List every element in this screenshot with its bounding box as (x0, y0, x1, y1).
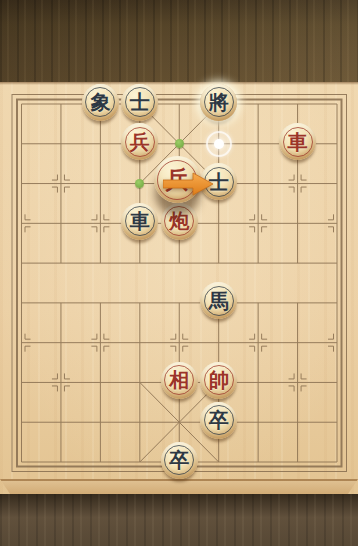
piece-black-general[interactable]: 將 (200, 84, 237, 121)
piece-red-elephant[interactable]: 相 (161, 362, 198, 399)
piece-character: 帥 (209, 370, 229, 390)
piece-character: 將 (209, 92, 229, 112)
piece-black-elephant[interactable]: 象 (82, 84, 119, 121)
piece-character: 車 (288, 132, 308, 152)
piece-character: 卒 (209, 410, 229, 430)
piece-black-chariot[interactable]: 車 (121, 203, 158, 240)
piece-character: 兵 (130, 132, 150, 152)
piece-black-advisor[interactable]: 士 (121, 84, 158, 121)
move-hint-dot[interactable] (175, 139, 184, 148)
move-arrow (163, 171, 215, 197)
game-stage: 象士將兵車兵士車炮馬相帥卒卒 (0, 0, 358, 546)
piece-red-general[interactable]: 帥 (200, 362, 237, 399)
piece-character: 象 (90, 92, 110, 112)
piece-character: 相 (169, 370, 189, 390)
piece-red-cannon[interactable]: 炮 (161, 203, 198, 240)
piece-character: 炮 (169, 211, 189, 231)
piece-character: 士 (130, 92, 150, 112)
tap-dot (214, 139, 224, 149)
piece-character: 馬 (209, 291, 229, 311)
piece-character: 卒 (169, 450, 189, 470)
piece-character: 車 (130, 211, 150, 231)
piece-black-soldier[interactable]: 卒 (200, 402, 237, 439)
piece-black-soldier-2[interactable]: 卒 (161, 442, 198, 479)
tap-effect-indicator (206, 131, 232, 157)
